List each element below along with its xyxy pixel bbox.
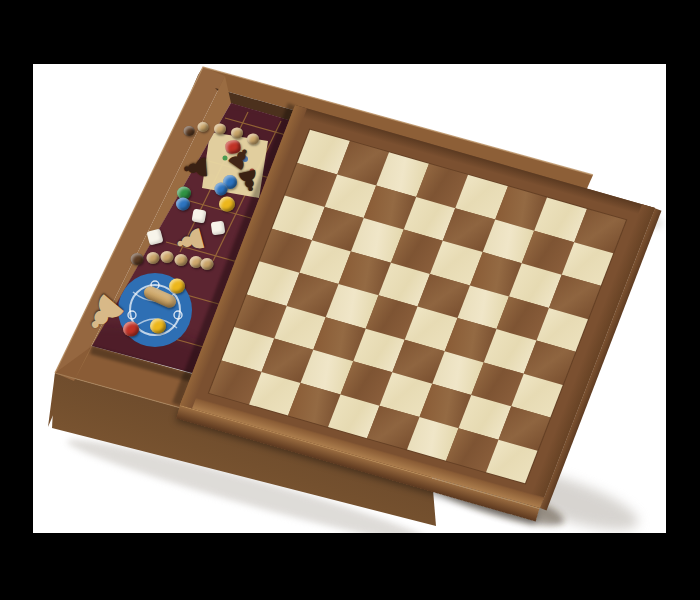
tray-piece-chip[interactable] [219, 197, 235, 212]
tray-piece-disc[interactable] [201, 258, 214, 270]
tray-piece-disc[interactable] [175, 254, 188, 266]
tray-piece-chip[interactable] [150, 319, 166, 334]
photo-stage: ♟♟♟♟♟ [33, 64, 666, 533]
tray-piece-disc[interactable] [198, 122, 209, 132]
tray-piece-die[interactable] [211, 221, 226, 236]
tray-piece-chip[interactable] [169, 279, 185, 294]
tray-piece-disc[interactable] [231, 128, 243, 139]
tray-piece-pawn-dark[interactable]: ♟ [180, 153, 212, 182]
tray-piece-disc[interactable] [184, 126, 195, 136]
tray-piece-chip[interactable] [123, 322, 139, 337]
tray-piece-chip[interactable] [176, 198, 190, 211]
tray-piece-disc[interactable] [161, 251, 174, 263]
tray-piece-disc[interactable] [214, 124, 226, 135]
tray-piece-chip[interactable] [215, 183, 228, 196]
tray-piece-disc[interactable] [131, 253, 144, 265]
tray-piece-disc[interactable] [147, 252, 160, 264]
tray-piece-pawn-dark[interactable]: ♟ [234, 165, 263, 196]
product-photo: ♟♟♟♟♟ [33, 64, 666, 533]
tray-piece-disc[interactable] [247, 134, 259, 145]
letterbox-background: ♟♟♟♟♟ [0, 0, 700, 600]
